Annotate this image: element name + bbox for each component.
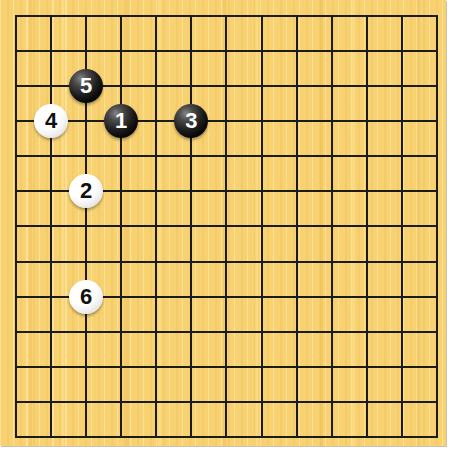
stone-move-number: 6 [80, 280, 92, 314]
stone-move-number: 1 [115, 104, 127, 138]
black-stone-move-1: 1 [104, 104, 138, 138]
white-stone-move-6: 6 [69, 280, 103, 314]
board-cell-C8: 2 [69, 174, 104, 209]
stone-move-number: 4 [45, 104, 57, 138]
white-stone-move-2: 2 [69, 174, 103, 208]
board-cell-B10: 4 [34, 104, 69, 139]
black-stone-move-3: 3 [174, 104, 208, 138]
stone-move-number: 2 [80, 174, 92, 208]
go-board: 123456 [0, 0, 446, 446]
white-stone-move-4: 4 [34, 104, 68, 138]
stones-layer: 123456 [0, 0, 454, 454]
black-stone-move-5: 5 [69, 69, 103, 103]
board-cell-C11: 5 [69, 69, 104, 104]
page: 123456 [0, 0, 456, 456]
board-cell-C5: 6 [69, 279, 104, 314]
board-cell-D10: 1 [104, 104, 139, 139]
stone-move-number: 3 [185, 104, 197, 138]
stone-move-number: 5 [80, 69, 92, 103]
board-cell-F10: 3 [174, 104, 209, 139]
